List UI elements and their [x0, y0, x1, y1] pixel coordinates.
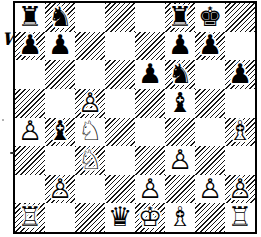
square-f4 [165, 118, 195, 147]
square-b6 [45, 60, 75, 89]
white-knight-c3: ♘ [78, 146, 102, 173]
square-a8: ♜ [15, 3, 45, 32]
square-g8: ♚ [195, 3, 225, 32]
square-a1: ♖ [15, 203, 45, 232]
white-pawn-c5: ♙ [78, 89, 102, 116]
square-f3: ♙ [165, 146, 195, 175]
square-f7: ♟ [165, 32, 195, 61]
square-c2 [75, 175, 105, 204]
square-d1: ♛ [105, 203, 135, 232]
square-d7 [105, 32, 135, 61]
square-a4: ♙ [15, 118, 45, 147]
square-a3 [15, 146, 45, 175]
square-b1 [45, 203, 75, 232]
white-rook-h1: ♖ [228, 203, 252, 230]
white-knight-c4: ♘ [78, 118, 102, 145]
print-speck [2, 119, 4, 121]
square-g5 [195, 89, 225, 118]
square-h1: ♖ [225, 203, 255, 232]
white-pawn-b2: ♙ [48, 175, 72, 202]
square-a6 [15, 60, 45, 89]
square-c4: ♘ [75, 118, 105, 147]
black-pawn-f7: ♟ [168, 32, 192, 59]
chess-board: ♜♞♜♚♟♟♟♟♟♞♟♙♝♙♝♘♗♘♙♙♙♙♙♖♛♔♗♖ [13, 1, 257, 234]
black-queen-d1: ♛ [108, 203, 132, 230]
square-g2: ♙ [195, 175, 225, 204]
square-b2: ♙ [45, 175, 75, 204]
square-d8 [105, 3, 135, 32]
white-king-e1: ♔ [138, 203, 162, 230]
square-e6: ♟ [135, 60, 165, 89]
square-c5: ♙ [75, 89, 105, 118]
square-e4 [135, 118, 165, 147]
square-g6 [195, 60, 225, 89]
black-pawn-g7: ♟ [198, 32, 222, 59]
black-rook-f8: ♜ [168, 3, 192, 30]
square-b7: ♟ [45, 32, 75, 61]
black-knight-b8: ♞ [48, 3, 72, 30]
square-e2: ♙ [135, 175, 165, 204]
white-pawn-g2: ♙ [198, 175, 222, 202]
black-rook-a8: ♜ [18, 3, 42, 30]
square-c1 [75, 203, 105, 232]
square-h5 [225, 89, 255, 118]
square-d2 [105, 175, 135, 204]
diagram-page: W ♜♞♜♚♟♟♟♟♟♞♟♙♝♙♝♘♗♘♙♙♙♙♙♖♛♔♗♖ [0, 0, 261, 237]
square-c3: ♘ [75, 146, 105, 175]
black-king-g8: ♚ [198, 3, 222, 30]
white-rook-a1: ♖ [18, 203, 42, 230]
square-g1 [195, 203, 225, 232]
square-f2 [165, 175, 195, 204]
square-h7 [225, 32, 255, 61]
black-pawn-a7: ♟ [18, 32, 42, 59]
square-d3 [105, 146, 135, 175]
white-pawn-e2: ♙ [138, 175, 162, 202]
square-d6 [105, 60, 135, 89]
square-h4: ♗ [225, 118, 255, 147]
white-pawn-h2: ♙ [228, 175, 252, 202]
black-bishop-b4: ♝ [48, 118, 72, 145]
square-a5 [15, 89, 45, 118]
black-pawn-b7: ♟ [48, 32, 72, 59]
square-c7 [75, 32, 105, 61]
square-b3 [45, 146, 75, 175]
print-speck [10, 152, 14, 154]
square-b4: ♝ [45, 118, 75, 147]
square-d5 [105, 89, 135, 118]
square-h6: ♟ [225, 60, 255, 89]
square-b8: ♞ [45, 3, 75, 32]
square-d4 [105, 118, 135, 147]
black-pawn-h6: ♟ [228, 60, 252, 87]
white-bishop-h4: ♗ [228, 118, 252, 145]
square-f8: ♜ [165, 3, 195, 32]
square-h8 [225, 3, 255, 32]
square-g7: ♟ [195, 32, 225, 61]
square-e8 [135, 3, 165, 32]
square-e3 [135, 146, 165, 175]
square-c8 [75, 3, 105, 32]
square-e1: ♔ [135, 203, 165, 232]
square-h2: ♙ [225, 175, 255, 204]
square-a2 [15, 175, 45, 204]
square-c6 [75, 60, 105, 89]
square-a7: ♟ [15, 32, 45, 61]
black-knight-f6: ♞ [168, 60, 192, 87]
white-bishop-f1: ♗ [168, 203, 192, 230]
white-pawn-f3: ♙ [168, 146, 192, 173]
square-b5 [45, 89, 75, 118]
square-f6: ♞ [165, 60, 195, 89]
black-bishop-f5: ♝ [168, 89, 192, 116]
square-f5: ♝ [165, 89, 195, 118]
white-pawn-a4: ♙ [18, 118, 42, 145]
square-f1: ♗ [165, 203, 195, 232]
square-h3 [225, 146, 255, 175]
square-g3 [195, 146, 225, 175]
black-pawn-e6: ♟ [138, 60, 162, 87]
square-g4 [195, 118, 225, 147]
square-e7 [135, 32, 165, 61]
square-e5 [135, 89, 165, 118]
